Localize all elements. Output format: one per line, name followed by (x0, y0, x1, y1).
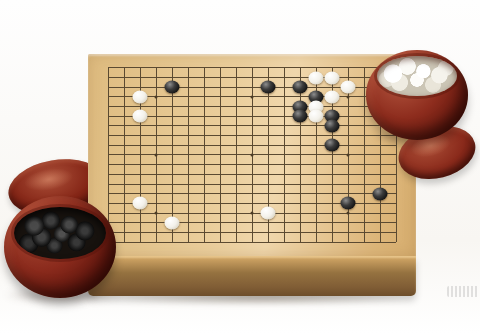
board-point[interactable] (260, 170, 276, 180)
board-point[interactable] (308, 208, 324, 218)
board-point[interactable] (276, 208, 292, 218)
board-point[interactable] (212, 218, 228, 228)
board-point[interactable] (148, 179, 164, 189)
board-point[interactable] (324, 218, 340, 228)
black-stone[interactable] (261, 81, 276, 94)
board-point[interactable] (244, 208, 260, 218)
board-point[interactable] (132, 92, 148, 102)
board-point[interactable] (244, 140, 260, 150)
board-point[interactable] (276, 170, 292, 180)
board-point[interactable] (148, 208, 164, 218)
board-point[interactable] (228, 140, 244, 150)
board-point[interactable] (340, 179, 356, 189)
board-point[interactable] (388, 237, 404, 247)
board-point[interactable] (148, 73, 164, 83)
board-point[interactable] (164, 199, 180, 209)
board-point[interactable] (116, 150, 132, 160)
board-point[interactable] (276, 218, 292, 228)
board-point[interactable] (132, 170, 148, 180)
board-point[interactable] (276, 92, 292, 102)
board-point[interactable] (308, 150, 324, 160)
board-point[interactable] (308, 73, 324, 83)
board-point[interactable] (244, 121, 260, 131)
board-point[interactable] (148, 170, 164, 180)
white-stone[interactable] (325, 90, 340, 103)
board-point[interactable] (212, 160, 228, 170)
board-point[interactable] (244, 92, 260, 102)
board-point[interactable] (100, 111, 116, 121)
board-point[interactable] (148, 102, 164, 112)
board-point[interactable] (196, 150, 212, 160)
board-point[interactable] (164, 131, 180, 141)
board-point[interactable] (228, 170, 244, 180)
board-point[interactable] (244, 189, 260, 199)
board-point[interactable] (292, 237, 308, 247)
board-point[interactable] (132, 199, 148, 209)
board-point[interactable] (116, 140, 132, 150)
board-point[interactable] (164, 160, 180, 170)
board-point[interactable] (164, 111, 180, 121)
board-point[interactable] (244, 228, 260, 238)
white-stone[interactable] (133, 197, 148, 210)
board-point[interactable] (164, 121, 180, 131)
board-point[interactable] (180, 121, 196, 131)
board-point[interactable] (324, 73, 340, 83)
board-point[interactable] (372, 140, 388, 150)
board-point[interactable] (100, 150, 116, 160)
board-point[interactable] (308, 237, 324, 247)
board-point[interactable] (372, 208, 388, 218)
board-point[interactable] (244, 160, 260, 170)
board-point[interactable] (276, 189, 292, 199)
board-point[interactable] (100, 82, 116, 92)
black-stone[interactable] (373, 187, 388, 200)
board-point[interactable] (260, 140, 276, 150)
board-point[interactable] (340, 102, 356, 112)
board-point[interactable] (324, 199, 340, 209)
board-point[interactable] (260, 131, 276, 141)
board-point[interactable] (244, 111, 260, 121)
board-point[interactable] (212, 92, 228, 102)
board-point[interactable] (196, 63, 212, 73)
board-point[interactable] (292, 82, 308, 92)
board-point[interactable] (100, 92, 116, 102)
board-point[interactable] (372, 160, 388, 170)
board-point[interactable] (164, 63, 180, 73)
board-point[interactable] (148, 131, 164, 141)
board-point[interactable] (132, 218, 148, 228)
board-point[interactable] (308, 140, 324, 150)
board-point[interactable] (180, 208, 196, 218)
black-stone[interactable] (165, 81, 180, 94)
board-point[interactable] (276, 160, 292, 170)
board-point[interactable] (340, 160, 356, 170)
white-stone[interactable] (133, 90, 148, 103)
board-point[interactable] (180, 82, 196, 92)
board-point[interactable] (116, 228, 132, 238)
board-point[interactable] (388, 199, 404, 209)
board-point[interactable] (260, 82, 276, 92)
board-point[interactable] (324, 160, 340, 170)
board-point[interactable] (212, 208, 228, 218)
board-point[interactable] (260, 237, 276, 247)
board-point[interactable] (308, 228, 324, 238)
board-point[interactable] (132, 237, 148, 247)
board-point[interactable] (356, 179, 372, 189)
board-point[interactable] (180, 140, 196, 150)
board-point[interactable] (260, 102, 276, 112)
board-point[interactable] (100, 131, 116, 141)
board-point[interactable] (356, 170, 372, 180)
board-point[interactable] (116, 160, 132, 170)
white-stone[interactable] (309, 110, 324, 123)
board-point[interactable] (212, 189, 228, 199)
board-point[interactable] (180, 179, 196, 189)
board-point[interactable] (164, 237, 180, 247)
board-point[interactable] (116, 82, 132, 92)
board-point[interactable] (228, 73, 244, 83)
board-point[interactable] (164, 140, 180, 150)
board-point[interactable] (388, 208, 404, 218)
board-point[interactable] (340, 140, 356, 150)
board-point[interactable] (164, 189, 180, 199)
board-point[interactable] (260, 121, 276, 131)
board-point[interactable] (276, 121, 292, 131)
board-point[interactable] (340, 63, 356, 73)
board-point[interactable] (292, 160, 308, 170)
board-point[interactable] (340, 228, 356, 238)
board-point[interactable] (212, 170, 228, 180)
board-point[interactable] (132, 160, 148, 170)
board-point[interactable] (132, 63, 148, 73)
board-point[interactable] (116, 111, 132, 121)
board-point[interactable] (324, 208, 340, 218)
board-point[interactable] (180, 218, 196, 228)
board-point[interactable] (212, 121, 228, 131)
board-point[interactable] (260, 63, 276, 73)
board-point[interactable] (340, 121, 356, 131)
board-point[interactable] (116, 73, 132, 83)
board-point[interactable] (164, 102, 180, 112)
board-point[interactable] (388, 189, 404, 199)
board-point[interactable] (356, 189, 372, 199)
board-point[interactable] (372, 189, 388, 199)
board-point[interactable] (292, 189, 308, 199)
board-point[interactable] (228, 102, 244, 112)
board-point[interactable] (308, 170, 324, 180)
black-stone[interactable] (341, 197, 356, 210)
board-point[interactable] (180, 150, 196, 160)
board-point[interactable] (212, 228, 228, 238)
board-point[interactable] (100, 160, 116, 170)
board-point[interactable] (116, 237, 132, 247)
board-point[interactable] (388, 170, 404, 180)
black-stone[interactable] (293, 110, 308, 123)
board-point[interactable] (276, 228, 292, 238)
board-point[interactable] (228, 150, 244, 160)
board-point[interactable] (244, 218, 260, 228)
board-point[interactable] (228, 179, 244, 189)
board-point[interactable] (276, 140, 292, 150)
board-point[interactable] (148, 199, 164, 209)
board-point[interactable] (148, 111, 164, 121)
board-point[interactable] (324, 228, 340, 238)
board-point[interactable] (324, 170, 340, 180)
board-point[interactable] (116, 170, 132, 180)
board-point[interactable] (372, 218, 388, 228)
board-point[interactable] (180, 102, 196, 112)
board-point[interactable] (212, 150, 228, 160)
board-point[interactable] (116, 218, 132, 228)
board-point[interactable] (212, 82, 228, 92)
board-point[interactable] (212, 111, 228, 121)
white-stone[interactable] (341, 81, 356, 94)
board-point[interactable] (372, 170, 388, 180)
board-point[interactable] (228, 208, 244, 218)
board-point[interactable] (260, 150, 276, 160)
board-point[interactable] (196, 82, 212, 92)
board-point[interactable] (228, 218, 244, 228)
board-point[interactable] (372, 237, 388, 247)
board-point[interactable] (228, 111, 244, 121)
board-point[interactable] (180, 160, 196, 170)
board-point[interactable] (276, 82, 292, 92)
board-point[interactable] (212, 179, 228, 189)
board-point[interactable] (356, 150, 372, 160)
board-point[interactable] (276, 111, 292, 121)
board-point[interactable] (196, 189, 212, 199)
board-point[interactable] (180, 199, 196, 209)
board-point[interactable] (308, 189, 324, 199)
board-point[interactable] (164, 170, 180, 180)
board-point[interactable] (100, 63, 116, 73)
board-point[interactable] (260, 111, 276, 121)
board-point[interactable] (148, 237, 164, 247)
board-point[interactable] (196, 237, 212, 247)
board-point[interactable] (196, 170, 212, 180)
board-point[interactable] (132, 179, 148, 189)
board-point[interactable] (372, 228, 388, 238)
board-point[interactable] (100, 179, 116, 189)
board-point[interactable] (292, 170, 308, 180)
board-point[interactable] (196, 102, 212, 112)
board-point[interactable] (196, 92, 212, 102)
board-point[interactable] (244, 82, 260, 92)
board-point[interactable] (116, 208, 132, 218)
black-stone[interactable] (293, 81, 308, 94)
board-point[interactable] (244, 102, 260, 112)
board-point[interactable] (228, 82, 244, 92)
board-point[interactable] (340, 150, 356, 160)
board-point[interactable] (212, 102, 228, 112)
board-point[interactable] (196, 111, 212, 121)
board-point[interactable] (244, 179, 260, 189)
board-point[interactable] (244, 63, 260, 73)
board-point[interactable] (244, 73, 260, 83)
board-point[interactable] (148, 150, 164, 160)
board-point[interactable] (276, 199, 292, 209)
board-point[interactable] (356, 121, 372, 131)
white-stone[interactable] (165, 216, 180, 229)
board-point[interactable] (324, 121, 340, 131)
board-point[interactable] (324, 140, 340, 150)
board-point[interactable] (148, 218, 164, 228)
board-point[interactable] (292, 208, 308, 218)
board-point[interactable] (100, 189, 116, 199)
board-point[interactable] (340, 199, 356, 209)
white-stone[interactable] (133, 110, 148, 123)
board-point[interactable] (132, 111, 148, 121)
board-point[interactable] (180, 131, 196, 141)
board-point[interactable] (132, 131, 148, 141)
board-point[interactable] (180, 63, 196, 73)
black-stone[interactable] (325, 119, 340, 132)
board-point[interactable] (308, 111, 324, 121)
board-point[interactable] (116, 199, 132, 209)
board-point[interactable] (356, 208, 372, 218)
board-point[interactable] (196, 179, 212, 189)
board-point[interactable] (116, 131, 132, 141)
board-point[interactable] (148, 160, 164, 170)
board-point[interactable] (196, 73, 212, 83)
board-point[interactable] (372, 150, 388, 160)
white-stone[interactable] (325, 71, 340, 84)
board-point[interactable] (356, 228, 372, 238)
board-point[interactable] (388, 218, 404, 228)
board-point[interactable] (340, 131, 356, 141)
board-point[interactable] (292, 150, 308, 160)
board-point[interactable] (340, 82, 356, 92)
board-point[interactable] (340, 170, 356, 180)
board-point[interactable] (228, 121, 244, 131)
board-point[interactable] (276, 150, 292, 160)
board-point[interactable] (276, 237, 292, 247)
board-point[interactable] (292, 131, 308, 141)
board-point[interactable] (356, 131, 372, 141)
board-point[interactable] (228, 63, 244, 73)
board-point[interactable] (212, 63, 228, 73)
board-point[interactable] (196, 140, 212, 150)
board-point[interactable] (244, 150, 260, 160)
board-point[interactable] (308, 179, 324, 189)
board-point[interactable] (276, 63, 292, 73)
board-point[interactable] (212, 131, 228, 141)
board-point[interactable] (324, 92, 340, 102)
board-point[interactable] (196, 121, 212, 131)
board-point[interactable] (228, 189, 244, 199)
board-point[interactable] (324, 179, 340, 189)
board-point[interactable] (260, 208, 276, 218)
board-point[interactable] (148, 121, 164, 131)
board-point[interactable] (228, 228, 244, 238)
board-point[interactable] (132, 150, 148, 160)
white-stone[interactable] (261, 207, 276, 220)
board-point[interactable] (356, 63, 372, 73)
board-point[interactable] (324, 237, 340, 247)
board-point[interactable] (116, 63, 132, 73)
board-point[interactable] (276, 102, 292, 112)
black-stone[interactable] (325, 139, 340, 152)
board-point[interactable] (276, 73, 292, 83)
board-point[interactable] (260, 189, 276, 199)
board-point[interactable] (164, 82, 180, 92)
board-point[interactable] (260, 228, 276, 238)
board-point[interactable] (148, 228, 164, 238)
board-point[interactable] (244, 237, 260, 247)
board-point[interactable] (100, 199, 116, 209)
board-point[interactable] (308, 218, 324, 228)
board-point[interactable] (180, 170, 196, 180)
board-point[interactable] (180, 228, 196, 238)
board-point[interactable] (148, 140, 164, 150)
white-stone[interactable] (309, 71, 324, 84)
board-point[interactable] (292, 140, 308, 150)
board-point[interactable] (340, 237, 356, 247)
board-point[interactable] (308, 131, 324, 141)
board-point[interactable] (100, 170, 116, 180)
board-point[interactable] (196, 131, 212, 141)
board-point[interactable] (308, 160, 324, 170)
board-point[interactable] (260, 179, 276, 189)
board-point[interactable] (292, 179, 308, 189)
board-point[interactable] (100, 102, 116, 112)
board-point[interactable] (292, 218, 308, 228)
board-point[interactable] (340, 218, 356, 228)
board-point[interactable] (196, 228, 212, 238)
board-point[interactable] (308, 199, 324, 209)
board-point[interactable] (356, 140, 372, 150)
board-point[interactable] (356, 199, 372, 209)
board-point[interactable] (260, 160, 276, 170)
board-point[interactable] (164, 150, 180, 160)
board-point[interactable] (292, 199, 308, 209)
board-point[interactable] (196, 160, 212, 170)
board-point[interactable] (292, 228, 308, 238)
board-point[interactable] (212, 237, 228, 247)
board-point[interactable] (100, 73, 116, 83)
board-point[interactable] (132, 140, 148, 150)
board-point[interactable] (228, 92, 244, 102)
board-point[interactable] (180, 92, 196, 102)
board-point[interactable] (356, 160, 372, 170)
board-point[interactable] (164, 179, 180, 189)
board-point[interactable] (116, 102, 132, 112)
board-point[interactable] (228, 199, 244, 209)
board-point[interactable] (228, 160, 244, 170)
board-point[interactable] (196, 208, 212, 218)
board-point[interactable] (132, 228, 148, 238)
board-point[interactable] (244, 131, 260, 141)
board-point[interactable] (164, 218, 180, 228)
board-point[interactable] (356, 218, 372, 228)
board-point[interactable] (116, 189, 132, 199)
board-point[interactable] (196, 199, 212, 209)
board-point[interactable] (132, 73, 148, 83)
board-point[interactable] (116, 121, 132, 131)
board-point[interactable] (388, 179, 404, 189)
board-point[interactable] (180, 73, 196, 83)
board-point[interactable] (244, 170, 260, 180)
board-point[interactable] (148, 63, 164, 73)
board-point[interactable] (292, 111, 308, 121)
board-point[interactable] (276, 131, 292, 141)
board-point[interactable] (116, 92, 132, 102)
board-point[interactable] (228, 237, 244, 247)
board-point[interactable] (100, 121, 116, 131)
board-point[interactable] (388, 228, 404, 238)
board-point[interactable] (340, 111, 356, 121)
board-point[interactable] (356, 237, 372, 247)
